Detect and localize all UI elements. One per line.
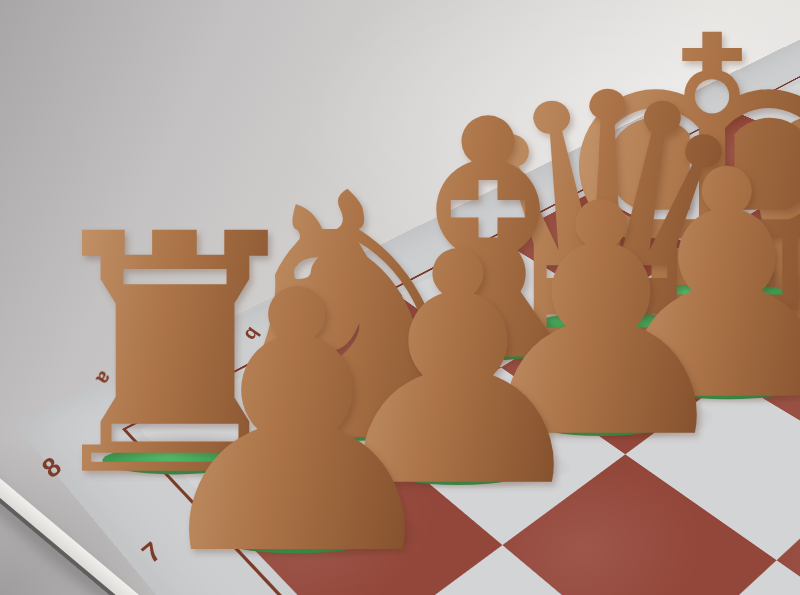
pieces-layer: ♟♚♛♝♟♟♞♜♟♟ xyxy=(0,0,800,595)
pawn-a7-glyph: ♟ xyxy=(117,245,477,595)
piece-pawn-a7: ♟ xyxy=(117,245,477,595)
chess-set-photo: 87abcd ♟♚♛♝♟♟♞♜♟♟ xyxy=(0,0,800,595)
